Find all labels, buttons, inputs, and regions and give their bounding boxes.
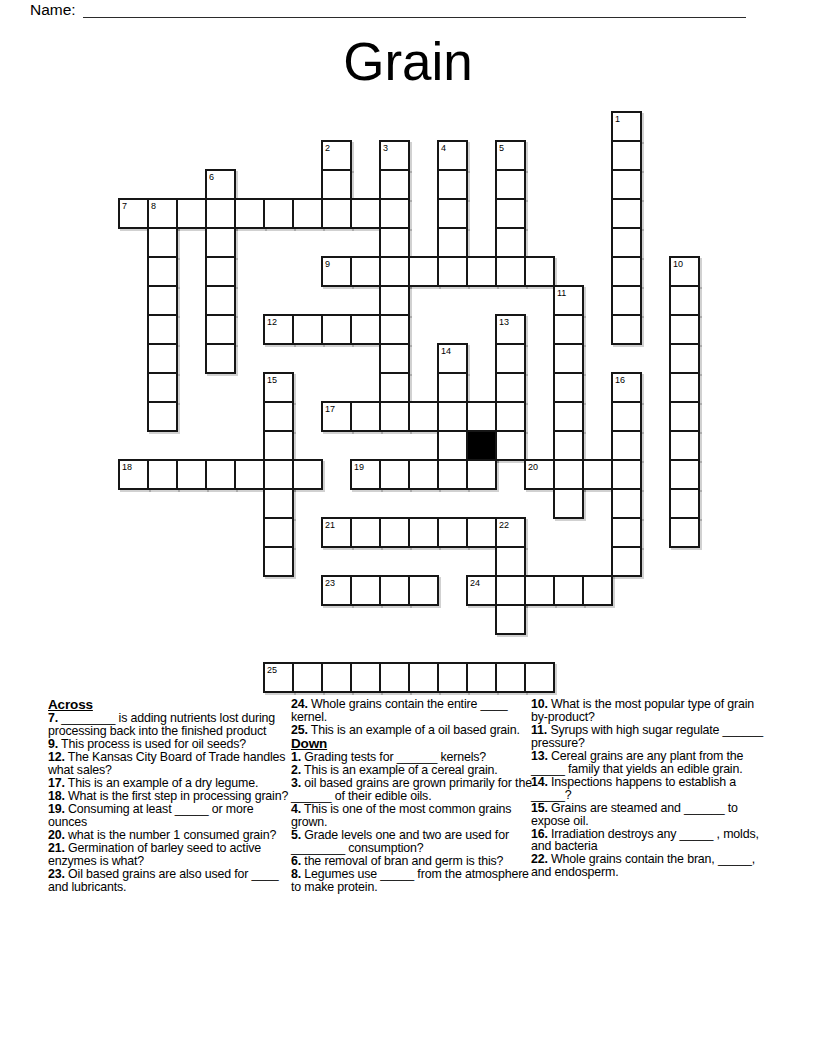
grid-cell[interactable] bbox=[669, 488, 700, 519]
grid-cell[interactable] bbox=[263, 198, 294, 229]
grid-cell[interactable] bbox=[553, 372, 584, 403]
clues-heading-across: Across bbox=[48, 698, 290, 712]
clue-number: 13 bbox=[499, 318, 509, 327]
clue-a-19: 19. Consuming at least _____ or more oun… bbox=[48, 803, 290, 829]
grid-cell[interactable] bbox=[350, 256, 381, 287]
clue-number: 14 bbox=[441, 347, 451, 356]
grid-cell[interactable] bbox=[611, 459, 642, 490]
grid-cell[interactable] bbox=[379, 662, 410, 693]
grid-cell[interactable] bbox=[147, 459, 178, 490]
grid-cell[interactable] bbox=[176, 459, 207, 490]
grid-cell[interactable] bbox=[263, 459, 294, 490]
grid-cell[interactable] bbox=[669, 372, 700, 403]
clue-number: 17 bbox=[325, 405, 335, 414]
clue-number: 2 bbox=[325, 144, 330, 153]
clue-d-15: 15. Grains are steamed and ______ to exp… bbox=[531, 802, 773, 828]
grid-cell[interactable] bbox=[466, 662, 497, 693]
grid-cell[interactable] bbox=[379, 459, 410, 490]
clue-number: 20 bbox=[528, 463, 538, 472]
clue-d-22: 22. Whole grains contain the bran, _____… bbox=[531, 853, 773, 879]
grid-cell[interactable] bbox=[553, 314, 584, 345]
clue-a-24: 24. Whole grains contain the entire ____… bbox=[291, 698, 533, 724]
grid-cell[interactable] bbox=[350, 517, 381, 548]
grid-cell[interactable] bbox=[553, 430, 584, 461]
grid-cell[interactable] bbox=[263, 517, 294, 548]
grid-cell[interactable] bbox=[437, 372, 468, 403]
grid-cell[interactable] bbox=[611, 285, 642, 316]
grid-cell[interactable] bbox=[495, 343, 526, 374]
grid-cell[interactable] bbox=[524, 662, 555, 693]
grid-cell[interactable] bbox=[553, 575, 584, 606]
grid-cell[interactable] bbox=[437, 227, 468, 258]
clue-a-25: 25. This is an example of a oil based gr… bbox=[291, 724, 533, 737]
clue-d-8: 8. Legumes use _____ from the atmosphere… bbox=[291, 868, 533, 894]
grid-cell[interactable] bbox=[437, 169, 468, 200]
clue-number: 19 bbox=[354, 463, 364, 472]
grid-cell[interactable] bbox=[205, 314, 236, 345]
clue-number: 12 bbox=[267, 318, 277, 327]
name-row: Name: bbox=[30, 2, 746, 18]
grid-cell[interactable] bbox=[669, 459, 700, 490]
grid-cell[interactable] bbox=[292, 198, 323, 229]
grid-cell[interactable] bbox=[350, 401, 381, 432]
clue-number: 15 bbox=[267, 376, 277, 385]
grid-cell[interactable] bbox=[147, 314, 178, 345]
grid-cell[interactable] bbox=[611, 256, 642, 287]
grid-cell[interactable] bbox=[437, 430, 468, 461]
grid-cell[interactable] bbox=[611, 401, 642, 432]
grid-cell[interactable] bbox=[466, 256, 497, 287]
grid-cell[interactable] bbox=[205, 343, 236, 374]
grid-cell[interactable] bbox=[234, 198, 265, 229]
grid-cell[interactable] bbox=[205, 256, 236, 287]
clue-a-7: 7. ________ is adding nutrients lost dur… bbox=[48, 712, 290, 738]
grid-cell[interactable] bbox=[205, 198, 236, 229]
clue-number: 24 bbox=[470, 579, 480, 588]
grid-cell[interactable] bbox=[147, 343, 178, 374]
clue-number: 5 bbox=[499, 144, 504, 153]
clue-number: 7 bbox=[122, 202, 127, 211]
grid-cell[interactable] bbox=[553, 343, 584, 374]
clue-number: 6 bbox=[209, 173, 214, 182]
grid-cell[interactable] bbox=[147, 372, 178, 403]
grid-cell[interactable] bbox=[611, 430, 642, 461]
grid-cell[interactable] bbox=[669, 285, 700, 316]
grid-cell[interactable] bbox=[437, 662, 468, 693]
grid-cell[interactable] bbox=[379, 227, 410, 258]
clue-number: 18 bbox=[122, 463, 132, 472]
clue-number: 10 bbox=[673, 260, 683, 269]
crossword-grid: 1234567891011121314151617181920212223242… bbox=[118, 111, 700, 693]
grid-cell[interactable] bbox=[147, 256, 178, 287]
grid-cell[interactable] bbox=[669, 430, 700, 461]
grid-cell[interactable] bbox=[437, 198, 468, 229]
grid-cell[interactable] bbox=[408, 401, 439, 432]
grid-cell[interactable] bbox=[495, 546, 526, 577]
clues-column-right: 10. What is the most popular type of gra… bbox=[531, 698, 773, 879]
grid-cell[interactable] bbox=[408, 575, 439, 606]
grid-cell[interactable] bbox=[437, 401, 468, 432]
grid-cell[interactable] bbox=[669, 401, 700, 432]
name-input-line[interactable] bbox=[83, 3, 746, 18]
grid-cell[interactable] bbox=[205, 459, 236, 490]
grid-cell[interactable] bbox=[408, 662, 439, 693]
grid-cell[interactable] bbox=[495, 430, 526, 461]
grid-cell[interactable] bbox=[321, 314, 352, 345]
grid-cell[interactable] bbox=[350, 662, 381, 693]
grid-cell[interactable] bbox=[147, 401, 178, 432]
grid-cell[interactable] bbox=[292, 314, 323, 345]
grid-cell[interactable] bbox=[669, 314, 700, 345]
clue-d-4: 4. This is one of the most common grains… bbox=[291, 803, 533, 829]
grid-cell[interactable] bbox=[495, 401, 526, 432]
clue-number: 21 bbox=[325, 521, 335, 530]
grid-cell[interactable] bbox=[321, 662, 352, 693]
grid-cell[interactable] bbox=[379, 256, 410, 287]
grid-cell[interactable] bbox=[611, 169, 642, 200]
clue-d-16: 16. Irradiation destroys any _____ , mol… bbox=[531, 828, 773, 854]
grid-cell[interactable] bbox=[379, 517, 410, 548]
grid-cell[interactable] bbox=[495, 256, 526, 287]
clues-column-left: Across7. ________ is adding nutrients lo… bbox=[48, 698, 290, 894]
clue-number: 1 bbox=[615, 115, 620, 124]
page-title: Grain bbox=[0, 31, 816, 92]
grid-cell[interactable] bbox=[466, 459, 497, 490]
grid-cell[interactable] bbox=[437, 517, 468, 548]
grid-cell[interactable] bbox=[408, 517, 439, 548]
grid-cell[interactable] bbox=[611, 198, 642, 229]
grid-cell[interactable] bbox=[321, 198, 352, 229]
grid-cell[interactable] bbox=[495, 198, 526, 229]
grid-cell[interactable] bbox=[379, 198, 410, 229]
grid-cell[interactable] bbox=[292, 459, 323, 490]
grid-cell[interactable] bbox=[611, 314, 642, 345]
grid-cell[interactable] bbox=[205, 285, 236, 316]
clue-number: 3 bbox=[383, 144, 388, 153]
clue-number: 11 bbox=[557, 289, 566, 298]
clue-a-17: 17. This is an example of a dry legume. bbox=[48, 777, 290, 790]
grid-cell[interactable] bbox=[437, 459, 468, 490]
grid-cell[interactable] bbox=[408, 256, 439, 287]
clue-d-5: 5. Grade levels one and two are used for… bbox=[291, 829, 533, 855]
grid-cell[interactable] bbox=[495, 227, 526, 258]
grid-cell[interactable] bbox=[611, 140, 642, 171]
clue-d-2: 2. This is an example of a cereal grain. bbox=[291, 764, 533, 777]
grid-cell[interactable] bbox=[553, 401, 584, 432]
grid-cell[interactable] bbox=[669, 343, 700, 374]
grid-cell[interactable] bbox=[379, 314, 410, 345]
grid-cell[interactable] bbox=[147, 227, 178, 258]
grid-cell[interactable] bbox=[350, 575, 381, 606]
clue-a-20: 20. what is the number 1 consumed grain? bbox=[48, 829, 290, 842]
grid-cell[interactable] bbox=[553, 459, 584, 490]
grid-cell[interactable] bbox=[524, 575, 555, 606]
black-cell bbox=[466, 430, 497, 461]
grid-cell[interactable] bbox=[408, 459, 439, 490]
grid-cell[interactable] bbox=[611, 227, 642, 258]
clue-d-10: 10. What is the most popular type of gra… bbox=[531, 698, 773, 724]
grid-cell[interactable] bbox=[205, 227, 236, 258]
clue-number: 8 bbox=[151, 202, 156, 211]
clue-a-21: 21. Germination of barley seed to active… bbox=[48, 842, 290, 868]
grid-cell[interactable] bbox=[176, 198, 207, 229]
clue-d-6: 6. the removal of bran and germ is this? bbox=[291, 855, 533, 868]
clue-number: 23 bbox=[325, 579, 335, 588]
grid-cell[interactable] bbox=[379, 285, 410, 316]
grid-cell[interactable] bbox=[466, 401, 497, 432]
grid-cell[interactable] bbox=[379, 372, 410, 403]
clue-a-18: 18. What is the first step in processing… bbox=[48, 790, 290, 803]
grid-cell[interactable] bbox=[263, 401, 294, 432]
grid-cell[interactable] bbox=[495, 169, 526, 200]
grid-cell[interactable] bbox=[495, 662, 526, 693]
clue-a-12: 12. The Kansas City Board of Trade handl… bbox=[48, 751, 290, 777]
grid-cell[interactable] bbox=[379, 343, 410, 374]
grid-cell[interactable] bbox=[350, 198, 381, 229]
grid-cell[interactable] bbox=[379, 401, 410, 432]
clue-number: 16 bbox=[615, 376, 625, 385]
grid-cell[interactable] bbox=[263, 430, 294, 461]
grid-cell[interactable] bbox=[234, 459, 265, 490]
grid-cell[interactable] bbox=[263, 488, 294, 519]
grid-cell[interactable] bbox=[437, 256, 468, 287]
name-label: Name: bbox=[30, 2, 76, 18]
grid-cell[interactable] bbox=[292, 662, 323, 693]
clue-d-3: 3. oil based grains are grown primarily … bbox=[291, 777, 533, 803]
grid-cell[interactable] bbox=[495, 575, 526, 606]
clue-d-11: 11. Syrups with high sugar regulate ____… bbox=[531, 724, 773, 750]
grid-cell[interactable] bbox=[553, 488, 584, 519]
grid-cell[interactable] bbox=[495, 604, 526, 635]
grid-cell[interactable] bbox=[495, 372, 526, 403]
clue-a-23: 23. Oil based grains are also used for _… bbox=[48, 868, 290, 894]
grid-cell[interactable] bbox=[524, 256, 555, 287]
grid-cell[interactable] bbox=[611, 546, 642, 577]
clues-heading-down: Down bbox=[291, 737, 533, 751]
grid-cell[interactable] bbox=[582, 575, 613, 606]
grid-cell[interactable] bbox=[263, 546, 294, 577]
grid-cell[interactable] bbox=[466, 517, 497, 548]
clue-number: 25 bbox=[267, 666, 277, 675]
grid-cell[interactable] bbox=[582, 459, 613, 490]
grid-cell[interactable] bbox=[611, 517, 642, 548]
clue-number: 4 bbox=[441, 144, 446, 153]
grid-cell[interactable] bbox=[669, 517, 700, 548]
grid-cell[interactable] bbox=[350, 314, 381, 345]
clue-number: 9 bbox=[325, 260, 330, 269]
clue-number: 22 bbox=[499, 521, 509, 530]
clue-d-14: 14. Inspections happens to establish a _… bbox=[531, 776, 773, 802]
grid-cell[interactable] bbox=[147, 285, 178, 316]
clues-column-middle: 24. Whole grains contain the entire ____… bbox=[291, 698, 533, 894]
grid-cell[interactable] bbox=[379, 169, 410, 200]
grid-cell[interactable] bbox=[321, 169, 352, 200]
grid-cell[interactable] bbox=[379, 575, 410, 606]
clue-d-13: 13. Cereal grains are any plant from the… bbox=[531, 750, 773, 776]
grid-cell[interactable] bbox=[611, 488, 642, 519]
